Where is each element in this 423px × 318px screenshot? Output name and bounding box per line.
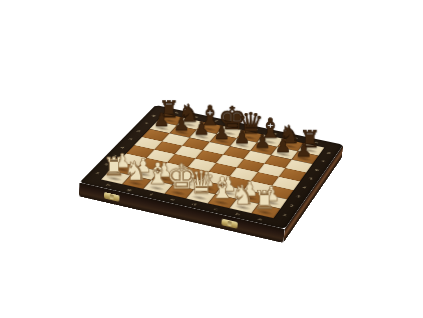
piece-black-pawn-e7: ♟ [211, 123, 232, 142]
piece-black-pawn-a7: ♟ [293, 141, 315, 160]
chess-board-3d: ♜♞♝♚♛♝♞♜♟♟♟♟♟♟♟♟♟♟♟♟♟♟♟♟♜♞♝♚♛♝♞♜ hgfedcb… [79, 105, 343, 229]
product-photo-stage: ♜♞♝♚♛♝♞♜♟♟♟♟♟♟♟♟♟♟♟♟♟♟♟♟♜♞♝♚♛♝♞♜ hgfedcb… [0, 0, 423, 318]
piece-white-rook-h1: ♜ [103, 155, 126, 180]
piece-white-bishop-f1: ♝ [145, 160, 168, 189]
piece-black-pawn-c7: ♟ [252, 132, 274, 151]
piece-white-knight-b1: ♞ [231, 182, 254, 208]
piece-white-king-e1: ♚ [166, 159, 189, 193]
piece-black-pawn-f7: ♟ [191, 119, 212, 137]
piece-black-pawn-d7: ♟ [231, 128, 253, 147]
piece-white-queen-d1: ♛ [188, 167, 211, 198]
brass-clasp-icon [221, 219, 238, 229]
piece-black-pawn-b7: ♟ [272, 136, 294, 155]
piece-white-bishop-c1: ♝ [209, 174, 232, 203]
piece-white-rook-a1: ♜ [253, 188, 276, 213]
brass-clasp-icon [104, 192, 120, 202]
piece-black-pawn-h7: ♟ [151, 111, 172, 129]
piece-white-knight-g1: ♞ [124, 158, 147, 184]
piece-black-pawn-g7: ♟ [171, 115, 192, 133]
